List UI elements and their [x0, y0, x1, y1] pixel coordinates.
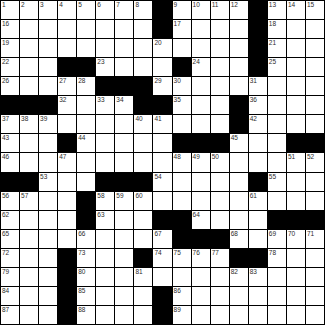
cell-r3c9[interactable]: 20	[153, 39, 171, 57]
cell-r12c12[interactable]	[211, 211, 229, 229]
cell-r13c17[interactable]: 71	[306, 230, 324, 248]
cell-r13c6[interactable]	[96, 230, 114, 248]
cell-r7c5[interactable]	[77, 115, 95, 133]
cell-r17c7[interactable]	[115, 306, 133, 324]
cell-r10c12[interactable]	[211, 173, 229, 191]
cell-r11c9[interactable]	[153, 192, 171, 210]
cell-r4c7[interactable]	[115, 58, 133, 76]
cell-r7c14[interactable]: 42	[249, 115, 267, 133]
clue-number: 42	[250, 115, 257, 122]
cell-r9c5[interactable]	[77, 153, 95, 171]
cell-r5c15[interactable]	[268, 77, 286, 95]
cell-r15c12[interactable]	[211, 268, 229, 286]
cell-r2c13[interactable]	[230, 20, 248, 38]
cell-r5c3[interactable]	[39, 77, 57, 95]
cell-r9c10[interactable]: 48	[173, 153, 191, 171]
cell-r17c11[interactable]	[192, 306, 210, 324]
cell-r11c16[interactable]	[287, 192, 305, 210]
cell-r3c13[interactable]	[230, 39, 248, 57]
cell-r16c15[interactable]	[268, 287, 286, 305]
cell-r2c15[interactable]: 18	[268, 20, 286, 38]
cell-r14c15[interactable]: 78	[268, 249, 286, 267]
cell-r1c6[interactable]: 6	[96, 1, 114, 19]
block-r6c1	[1, 96, 19, 114]
cell-r16c7[interactable]	[115, 287, 133, 305]
cell-r1c16[interactable]: 14	[287, 1, 305, 19]
cell-r9c7[interactable]	[115, 153, 133, 171]
cell-r9c14[interactable]	[249, 153, 267, 171]
cell-r15c7[interactable]	[115, 268, 133, 286]
cell-r2c10[interactable]: 17	[173, 20, 191, 38]
block-r10c2	[20, 173, 38, 191]
cell-r8c2[interactable]	[20, 134, 38, 152]
cell-r15c14[interactable]: 83	[249, 268, 267, 286]
cell-r12c6[interactable]: 63	[96, 211, 114, 229]
cell-r13c16[interactable]: 70	[287, 230, 305, 248]
cell-r11c3[interactable]	[39, 192, 57, 210]
cell-r12c7[interactable]	[115, 211, 133, 229]
clue-number: 9	[174, 1, 178, 8]
cell-r1c11[interactable]: 10	[192, 1, 210, 19]
block-r4c4	[58, 58, 76, 76]
cell-r12c3[interactable]	[39, 211, 57, 229]
clue-number: 39	[40, 115, 47, 122]
cell-r11c12[interactable]	[211, 192, 229, 210]
cell-r5c11[interactable]	[192, 77, 210, 95]
cell-r17c13[interactable]	[230, 306, 248, 324]
cell-r13c8[interactable]	[134, 230, 152, 248]
cell-r9c12[interactable]: 50	[211, 153, 229, 171]
clue-number: 34	[116, 96, 123, 103]
cell-r14c3[interactable]	[39, 249, 57, 267]
cell-r1c4[interactable]: 4	[58, 1, 76, 19]
cell-r1c5[interactable]: 5	[77, 1, 95, 19]
cell-r15c9[interactable]	[153, 268, 171, 286]
clue-number: 84	[2, 287, 9, 294]
cell-r9c9[interactable]	[153, 153, 171, 171]
cell-r16c10[interactable]: 86	[173, 287, 191, 305]
cell-r17c8[interactable]	[134, 306, 152, 324]
cell-r17c14[interactable]	[249, 306, 267, 324]
cell-r8c15[interactable]	[268, 134, 286, 152]
cell-r4c17[interactable]	[306, 58, 324, 76]
cell-r3c16[interactable]	[287, 39, 305, 57]
block-r13c12	[211, 230, 229, 248]
clue-number: 65	[2, 230, 9, 237]
cell-r1c13[interactable]: 12	[230, 1, 248, 19]
cell-r11c17[interactable]	[306, 192, 324, 210]
block-r12c5	[77, 211, 95, 229]
clue-number: 12	[231, 1, 238, 8]
cell-r16c3[interactable]	[39, 287, 57, 305]
cell-r13c15[interactable]: 69	[268, 230, 286, 248]
cell-r15c8[interactable]: 81	[134, 268, 152, 286]
cell-r13c13[interactable]: 68	[230, 230, 248, 248]
cell-r16c12[interactable]	[211, 287, 229, 305]
clue-number: 32	[59, 96, 66, 103]
block-r5c6	[96, 77, 114, 95]
cell-r9c3[interactable]	[39, 153, 57, 171]
cell-r1c3[interactable]: 3	[39, 1, 57, 19]
cell-r17c1[interactable]: 87	[1, 306, 19, 324]
cell-r5c13[interactable]	[230, 77, 248, 95]
cell-r16c17[interactable]	[306, 287, 324, 305]
cell-r11c14[interactable]: 61	[249, 192, 267, 210]
cell-r6c6[interactable]: 33	[96, 96, 114, 114]
cell-r8c3[interactable]	[39, 134, 57, 152]
clue-number: 79	[2, 268, 9, 275]
cell-r3c15[interactable]: 21	[268, 39, 286, 57]
cell-r6c4[interactable]: 32	[58, 96, 76, 114]
cell-r7c7[interactable]	[115, 115, 133, 133]
clue-number: 1	[2, 1, 6, 8]
cell-r1c8[interactable]: 8	[134, 1, 152, 19]
cell-r11c6[interactable]: 58	[96, 192, 114, 210]
cell-r6c12[interactable]	[211, 96, 229, 114]
cell-r11c2[interactable]: 57	[20, 192, 38, 210]
cell-r10c15[interactable]: 55	[268, 173, 286, 191]
cell-r16c8[interactable]	[134, 287, 152, 305]
block-r5c7	[115, 77, 133, 95]
cell-r9c17[interactable]: 52	[306, 153, 324, 171]
clue-number: 52	[307, 153, 314, 160]
cell-r8c5[interactable]: 44	[77, 134, 95, 152]
cell-r5c4[interactable]: 27	[58, 77, 76, 95]
cell-r9c2[interactable]	[20, 153, 38, 171]
cell-r7c4[interactable]	[58, 115, 76, 133]
cell-r3c8[interactable]	[134, 39, 152, 57]
cell-r10c9[interactable]: 54	[153, 173, 171, 191]
cell-r10c10[interactable]	[173, 173, 191, 191]
cell-r1c12[interactable]: 11	[211, 1, 229, 19]
cell-r14c17[interactable]	[306, 249, 324, 267]
block-r11c5	[77, 192, 95, 210]
cell-r13c9[interactable]: 67	[153, 230, 171, 248]
cell-r16c13[interactable]	[230, 287, 248, 305]
cell-r2c7[interactable]	[115, 20, 133, 38]
cell-r14c6[interactable]	[96, 249, 114, 267]
cell-r10c13[interactable]	[230, 173, 248, 191]
cell-r4c13[interactable]	[230, 58, 248, 76]
cell-r15c16[interactable]	[287, 268, 305, 286]
cell-r5c10[interactable]: 30	[173, 77, 191, 95]
block-r12c16	[287, 211, 305, 229]
cell-r7c17[interactable]	[306, 115, 324, 133]
cell-r9c1[interactable]: 46	[1, 153, 19, 171]
cell-r2c12[interactable]	[211, 20, 229, 38]
clue-number: 18	[269, 20, 276, 27]
cell-r5c1[interactable]: 26	[1, 77, 19, 95]
cell-r4c9[interactable]	[153, 58, 171, 76]
cell-r11c13[interactable]	[230, 192, 248, 210]
cell-r10c5[interactable]	[77, 173, 95, 191]
clue-number: 48	[174, 153, 181, 160]
cell-r8c6[interactable]	[96, 134, 114, 152]
cell-r1c15[interactable]: 13	[268, 1, 286, 19]
cell-r7c12[interactable]	[211, 115, 229, 133]
cell-r2c6[interactable]	[96, 20, 114, 38]
cell-r7c16[interactable]	[287, 115, 305, 133]
clue-number: 10	[193, 1, 200, 8]
cell-r11c4[interactable]	[58, 192, 76, 210]
clue-number: 2	[21, 1, 25, 8]
cell-r11c11[interactable]	[192, 192, 210, 210]
cell-r13c3[interactable]	[39, 230, 57, 248]
block-r6c9	[153, 96, 171, 114]
cell-r2c2[interactable]	[20, 20, 38, 38]
block-r17c4	[58, 306, 76, 324]
cell-r10c17[interactable]	[306, 173, 324, 191]
cell-r17c5[interactable]: 88	[77, 306, 95, 324]
clue-number: 64	[193, 211, 200, 218]
cell-r4c6[interactable]: 23	[96, 58, 114, 76]
block-r12c10	[173, 211, 191, 229]
block-r10c7	[115, 173, 133, 191]
cell-r6c15[interactable]	[268, 96, 286, 114]
clue-number: 70	[288, 230, 295, 237]
cell-r2c11[interactable]	[192, 20, 210, 38]
cell-r3c6[interactable]	[96, 39, 114, 57]
clue-number: 41	[154, 115, 161, 122]
block-r4c10	[173, 58, 191, 76]
cell-r5c12[interactable]	[211, 77, 229, 95]
cell-r12c11[interactable]: 64	[192, 211, 210, 229]
cell-r9c4[interactable]: 47	[58, 153, 76, 171]
cell-r4c1[interactable]: 22	[1, 58, 19, 76]
cell-r9c11[interactable]: 49	[192, 153, 210, 171]
cell-r13c5[interactable]: 66	[77, 230, 95, 248]
clue-number: 4	[59, 1, 63, 8]
cell-r4c16[interactable]	[287, 58, 305, 76]
cell-r9c13[interactable]	[230, 153, 248, 171]
cell-r6c14[interactable]: 36	[249, 96, 267, 114]
cell-r8c1[interactable]: 43	[1, 134, 19, 152]
cell-r8c8[interactable]	[134, 134, 152, 152]
cell-r12c4[interactable]	[58, 211, 76, 229]
cell-r2c3[interactable]	[39, 20, 57, 38]
block-r8c11	[192, 134, 210, 152]
cell-r15c10[interactable]	[173, 268, 191, 286]
cell-r9c15[interactable]	[268, 153, 286, 171]
cell-r7c15[interactable]	[268, 115, 286, 133]
clue-number: 89	[174, 306, 181, 313]
block-r13c11	[192, 230, 210, 248]
clue-number: 21	[269, 39, 276, 46]
block-r2c14	[249, 20, 267, 38]
block-r4c5	[77, 58, 95, 76]
cell-r7c11[interactable]	[192, 115, 210, 133]
cell-r15c11[interactable]	[192, 268, 210, 286]
cell-r3c7[interactable]	[115, 39, 133, 57]
cell-r12c8[interactable]	[134, 211, 152, 229]
cell-r12c1[interactable]: 62	[1, 211, 19, 229]
cell-r2c17[interactable]	[306, 20, 324, 38]
cell-r15c6[interactable]	[96, 268, 114, 286]
cell-r17c16[interactable]	[287, 306, 305, 324]
cell-r14c10[interactable]: 75	[173, 249, 191, 267]
cell-r12c14[interactable]	[249, 211, 267, 229]
cell-r3c1[interactable]: 19	[1, 39, 19, 57]
block-r10c14	[249, 173, 267, 191]
cell-r14c16[interactable]	[287, 249, 305, 267]
cell-r2c5[interactable]	[77, 20, 95, 38]
cell-r5c17[interactable]	[306, 77, 324, 95]
cell-r6c7[interactable]: 34	[115, 96, 133, 114]
clue-number: 17	[174, 20, 181, 27]
cell-r11c8[interactable]: 60	[134, 192, 152, 210]
cell-r12c2[interactable]	[20, 211, 38, 229]
cell-r1c7[interactable]: 7	[115, 1, 133, 19]
cell-r4c8[interactable]	[134, 58, 152, 76]
cell-r13c7[interactable]	[115, 230, 133, 248]
cell-r8c9[interactable]	[153, 134, 171, 152]
clue-number: 14	[288, 1, 295, 8]
cell-r9c16[interactable]: 51	[287, 153, 305, 171]
clue-number: 43	[2, 134, 9, 141]
cell-r13c1[interactable]: 65	[1, 230, 19, 248]
cell-r5c5[interactable]: 28	[77, 77, 95, 95]
clue-number: 16	[2, 20, 9, 27]
clue-number: 83	[250, 268, 257, 275]
cell-r4c11[interactable]: 24	[192, 58, 210, 76]
cell-r4c12[interactable]	[211, 58, 229, 76]
cell-r13c14[interactable]	[249, 230, 267, 248]
cell-r17c10[interactable]: 89	[173, 306, 191, 324]
cell-r2c8[interactable]	[134, 20, 152, 38]
cell-r1c17[interactable]: 15	[306, 1, 324, 19]
cell-r1c1[interactable]: 1	[1, 1, 19, 19]
cell-r17c2[interactable]	[20, 306, 38, 324]
cell-r3c17[interactable]	[306, 39, 324, 57]
cell-r17c17[interactable]	[306, 306, 324, 324]
clue-number: 72	[2, 249, 9, 256]
clue-number: 69	[269, 230, 276, 237]
cell-r14c11[interactable]: 76	[192, 249, 210, 267]
cell-r15c13[interactable]: 82	[230, 268, 248, 286]
cell-r10c11[interactable]	[192, 173, 210, 191]
cell-r15c2[interactable]	[20, 268, 38, 286]
cell-r2c1[interactable]: 16	[1, 20, 19, 38]
cell-r6c11[interactable]	[192, 96, 210, 114]
cell-r8c14[interactable]	[249, 134, 267, 152]
block-r7c13	[230, 115, 248, 133]
cell-r6c17[interactable]	[306, 96, 324, 114]
cell-r14c7[interactable]	[115, 249, 133, 267]
cell-r3c12[interactable]	[211, 39, 229, 57]
cell-r14c2[interactable]	[20, 249, 38, 267]
cell-r17c3[interactable]	[39, 306, 57, 324]
cell-r14c9[interactable]: 74	[153, 249, 171, 267]
clue-number: 25	[269, 58, 276, 65]
cell-r7c2[interactable]: 38	[20, 115, 38, 133]
cell-r17c6[interactable]	[96, 306, 114, 324]
clue-number: 35	[174, 96, 181, 103]
cell-r8c13[interactable]: 45	[230, 134, 248, 152]
cell-r13c4[interactable]	[58, 230, 76, 248]
cell-r7c1[interactable]: 37	[1, 115, 19, 133]
cell-r3c11[interactable]	[192, 39, 210, 57]
cell-r3c10[interactable]	[173, 39, 191, 57]
cell-r16c16[interactable]	[287, 287, 305, 305]
cell-r4c15[interactable]: 25	[268, 58, 286, 76]
clue-number: 23	[97, 58, 104, 65]
clue-number: 3	[40, 1, 44, 8]
block-r15c4	[58, 268, 76, 286]
cell-r15c3[interactable]	[39, 268, 57, 286]
cell-r11c7[interactable]: 59	[115, 192, 133, 210]
cell-r9c6[interactable]	[96, 153, 114, 171]
cell-r15c5[interactable]: 80	[77, 268, 95, 286]
cell-r1c10[interactable]: 9	[173, 1, 191, 19]
clue-number: 33	[97, 96, 104, 103]
cell-r7c9[interactable]: 41	[153, 115, 171, 133]
cell-r4c3[interactable]	[39, 58, 57, 76]
cell-r7c8[interactable]: 40	[134, 115, 152, 133]
cell-r12c13[interactable]	[230, 211, 248, 229]
cell-r11c1[interactable]: 56	[1, 192, 19, 210]
cell-r6c16[interactable]	[287, 96, 305, 114]
cell-r11c10[interactable]	[173, 192, 191, 210]
cell-r10c16[interactable]	[287, 173, 305, 191]
cell-r10c4[interactable]	[58, 173, 76, 191]
clue-number: 31	[250, 77, 257, 84]
cell-r7c10[interactable]	[173, 115, 191, 133]
cell-r5c16[interactable]	[287, 77, 305, 95]
cell-r8c7[interactable]	[115, 134, 133, 152]
cell-r5c14[interactable]: 31	[249, 77, 267, 95]
block-r17c9	[153, 306, 171, 324]
cell-r7c3[interactable]: 39	[39, 115, 57, 133]
cell-r11c15[interactable]	[268, 192, 286, 210]
cell-r4c2[interactable]	[20, 58, 38, 76]
cell-r14c1[interactable]: 72	[1, 249, 19, 267]
cell-r3c5[interactable]	[77, 39, 95, 57]
cell-r1c2[interactable]: 2	[20, 1, 38, 19]
cell-r16c5[interactable]: 85	[77, 287, 95, 305]
cell-r16c11[interactable]	[192, 287, 210, 305]
cell-r16c6[interactable]	[96, 287, 114, 305]
cell-r2c16[interactable]	[287, 20, 305, 38]
cell-r3c2[interactable]	[20, 39, 38, 57]
cell-r7c6[interactable]	[96, 115, 114, 133]
cell-r16c14[interactable]	[249, 287, 267, 305]
cell-r16c1[interactable]: 84	[1, 287, 19, 305]
cell-r6c5[interactable]	[77, 96, 95, 114]
cell-r9c8[interactable]	[134, 153, 152, 171]
cell-r14c5[interactable]: 73	[77, 249, 95, 267]
cell-r3c4[interactable]	[58, 39, 76, 57]
cell-r17c12[interactable]	[211, 306, 229, 324]
clue-number: 77	[212, 249, 219, 256]
cell-r2c4[interactable]	[58, 20, 76, 38]
block-r12c17	[306, 211, 324, 229]
clue-number: 7	[116, 1, 120, 8]
cell-r14c12[interactable]: 77	[211, 249, 229, 267]
cell-r15c17[interactable]	[306, 268, 324, 286]
cell-r13c2[interactable]	[20, 230, 38, 248]
cell-r16c2[interactable]	[20, 287, 38, 305]
cell-r5c2[interactable]	[20, 77, 38, 95]
clue-number: 46	[2, 153, 9, 160]
cell-r17c15[interactable]	[268, 306, 286, 324]
cell-r10c3[interactable]: 53	[39, 173, 57, 191]
cell-r6c10[interactable]: 35	[173, 96, 191, 114]
block-r14c13	[230, 249, 248, 267]
cell-r5c9[interactable]: 29	[153, 77, 171, 95]
cell-r15c15[interactable]	[268, 268, 286, 286]
cell-r15c1[interactable]: 79	[1, 268, 19, 286]
cell-r3c3[interactable]	[39, 39, 57, 57]
